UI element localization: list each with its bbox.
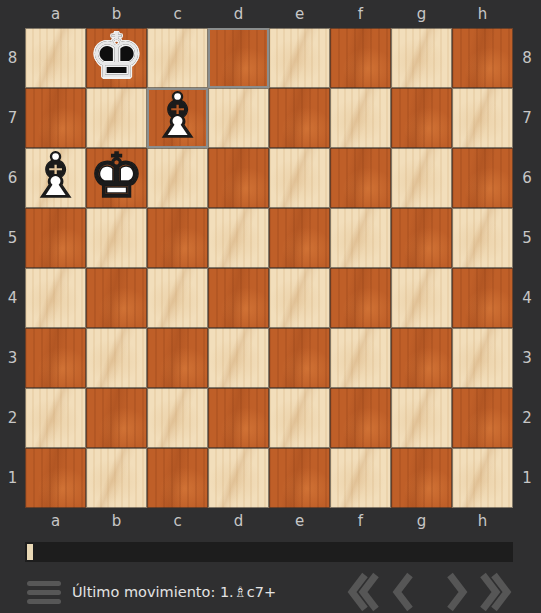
square-g3[interactable] (391, 328, 452, 388)
square-d6[interactable] (208, 148, 269, 208)
square-d4[interactable] (208, 268, 269, 328)
square-c7[interactable]: ♝♗ (147, 88, 208, 148)
rank-label-4: 4 (513, 268, 541, 328)
square-g1[interactable] (391, 448, 452, 508)
white-king[interactable]: ♚♔ (86, 148, 147, 208)
square-f3[interactable] (330, 328, 391, 388)
square-e4[interactable] (269, 268, 330, 328)
square-f4[interactable] (330, 268, 391, 328)
chevron-left-icon (391, 572, 415, 612)
chevron-right-icon (445, 572, 469, 612)
file-label-e: e (269, 7, 330, 22)
square-g5[interactable] (391, 208, 452, 268)
square-f2[interactable] (330, 388, 391, 448)
menu-button[interactable] (27, 581, 61, 604)
square-c5[interactable] (147, 208, 208, 268)
rank-labels-right: 87654321 (513, 28, 541, 508)
square-h8[interactable] (452, 28, 513, 88)
square-d1[interactable] (208, 448, 269, 508)
file-label-h: h (452, 7, 513, 22)
file-label-d: d (208, 7, 269, 22)
square-e8[interactable] (269, 28, 330, 88)
square-h4[interactable] (452, 268, 513, 328)
square-f6[interactable] (330, 148, 391, 208)
square-f1[interactable] (330, 448, 391, 508)
chess-app: abcdefgh 87654321 ♚♔♝♗♝♗♚♔ 87654321 abcd… (0, 0, 541, 613)
file-label-g: g (391, 514, 452, 529)
white-king-outline-glyph: ♔ (86, 146, 147, 206)
square-c3[interactable] (147, 328, 208, 388)
square-a8[interactable] (25, 28, 86, 88)
square-c6[interactable] (147, 148, 208, 208)
square-c1[interactable] (147, 448, 208, 508)
square-g4[interactable] (391, 268, 452, 328)
square-h5[interactable] (452, 208, 513, 268)
square-g7[interactable] (391, 88, 452, 148)
square-h2[interactable] (452, 388, 513, 448)
menu-icon (27, 581, 61, 586)
rank-label-2: 2 (513, 388, 541, 448)
chess-board: ♚♔♝♗♝♗♚♔ (25, 28, 513, 508)
rank-label-7: 7 (0, 88, 25, 148)
square-d5[interactable] (208, 208, 269, 268)
file-label-g: g (391, 7, 452, 22)
rank-label-8: 8 (0, 28, 25, 88)
file-label-a: a (25, 7, 86, 22)
rank-label-5: 5 (513, 208, 541, 268)
white-bishop[interactable]: ♝♗ (25, 148, 86, 208)
square-c2[interactable] (147, 388, 208, 448)
square-e3[interactable] (269, 328, 330, 388)
rank-labels-left: 87654321 (0, 28, 25, 508)
square-b5[interactable] (86, 208, 147, 268)
square-c4[interactable] (147, 268, 208, 328)
progress-indicator (27, 544, 33, 560)
square-a5[interactable] (25, 208, 86, 268)
square-b2[interactable] (86, 388, 147, 448)
square-b1[interactable] (86, 448, 147, 508)
square-a2[interactable] (25, 388, 86, 448)
file-label-h: h (452, 514, 513, 529)
first-move-button[interactable] (346, 572, 380, 612)
rank-label-4: 4 (0, 268, 25, 328)
square-a3[interactable] (25, 328, 86, 388)
double-chevron-left-icon (346, 572, 380, 612)
square-d8[interactable] (208, 28, 269, 88)
rank-label-3: 3 (0, 328, 25, 388)
menu-icon (27, 590, 61, 595)
square-a6[interactable]: ♝♗ (25, 148, 86, 208)
board-area: 87654321 ♚♔♝♗♝♗♚♔ 87654321 (0, 28, 541, 508)
rank-label-6: 6 (513, 148, 541, 208)
rank-label-3: 3 (513, 328, 541, 388)
square-f7[interactable] (330, 88, 391, 148)
rank-label-8: 8 (513, 28, 541, 88)
square-g2[interactable] (391, 388, 452, 448)
file-label-f: f (330, 514, 391, 529)
square-a4[interactable] (25, 268, 86, 328)
square-b8[interactable]: ♚♔ (86, 28, 147, 88)
square-d3[interactable] (208, 328, 269, 388)
square-h6[interactable] (452, 148, 513, 208)
white-bishop-outline-glyph: ♗ (25, 146, 86, 206)
menu-icon (27, 599, 61, 604)
square-a1[interactable] (25, 448, 86, 508)
square-e1[interactable] (269, 448, 330, 508)
square-b4[interactable] (86, 268, 147, 328)
square-f5[interactable] (330, 208, 391, 268)
last-move-button[interactable] (479, 572, 513, 612)
move-navigation (346, 572, 513, 612)
square-e6[interactable] (269, 148, 330, 208)
white-bishop[interactable]: ♝♗ (147, 88, 208, 148)
black-king[interactable]: ♚♔ (86, 28, 147, 88)
file-label-c: c (147, 514, 208, 529)
bottom-toolbar: Último movimiento: 1.♗c7+ (0, 568, 541, 613)
square-b3[interactable] (86, 328, 147, 388)
square-e5[interactable] (269, 208, 330, 268)
white-bishop-outline-glyph: ♗ (147, 86, 208, 146)
rank-label-1: 1 (513, 448, 541, 508)
square-e7[interactable] (269, 88, 330, 148)
file-labels-bottom: abcdefgh (25, 508, 513, 535)
next-move-button[interactable] (445, 572, 469, 612)
rank-label-5: 5 (0, 208, 25, 268)
square-e2[interactable] (269, 388, 330, 448)
square-f8[interactable] (330, 28, 391, 88)
square-h7[interactable] (452, 88, 513, 148)
file-label-e: e (269, 514, 330, 529)
rank-label-1: 1 (0, 448, 25, 508)
square-h3[interactable] (452, 328, 513, 388)
file-label-f: f (330, 7, 391, 22)
rank-label-7: 7 (513, 88, 541, 148)
file-label-d: d (208, 514, 269, 529)
square-g8[interactable] (391, 28, 452, 88)
square-h1[interactable] (452, 448, 513, 508)
black-king-outline-glyph: ♔ (86, 26, 147, 86)
game-progress-bar[interactable] (25, 542, 513, 562)
double-chevron-right-icon (479, 572, 513, 612)
last-move-text: Último movimiento: 1.♗c7+ (72, 584, 276, 600)
previous-move-button[interactable] (391, 572, 415, 612)
file-label-b: b (86, 514, 147, 529)
square-d7[interactable] (208, 88, 269, 148)
square-b6[interactable]: ♚♔ (86, 148, 147, 208)
rank-label-6: 6 (0, 148, 25, 208)
square-g6[interactable] (391, 148, 452, 208)
square-d2[interactable] (208, 388, 269, 448)
file-label-c: c (147, 7, 208, 22)
file-label-a: a (25, 514, 86, 529)
rank-label-2: 2 (0, 388, 25, 448)
